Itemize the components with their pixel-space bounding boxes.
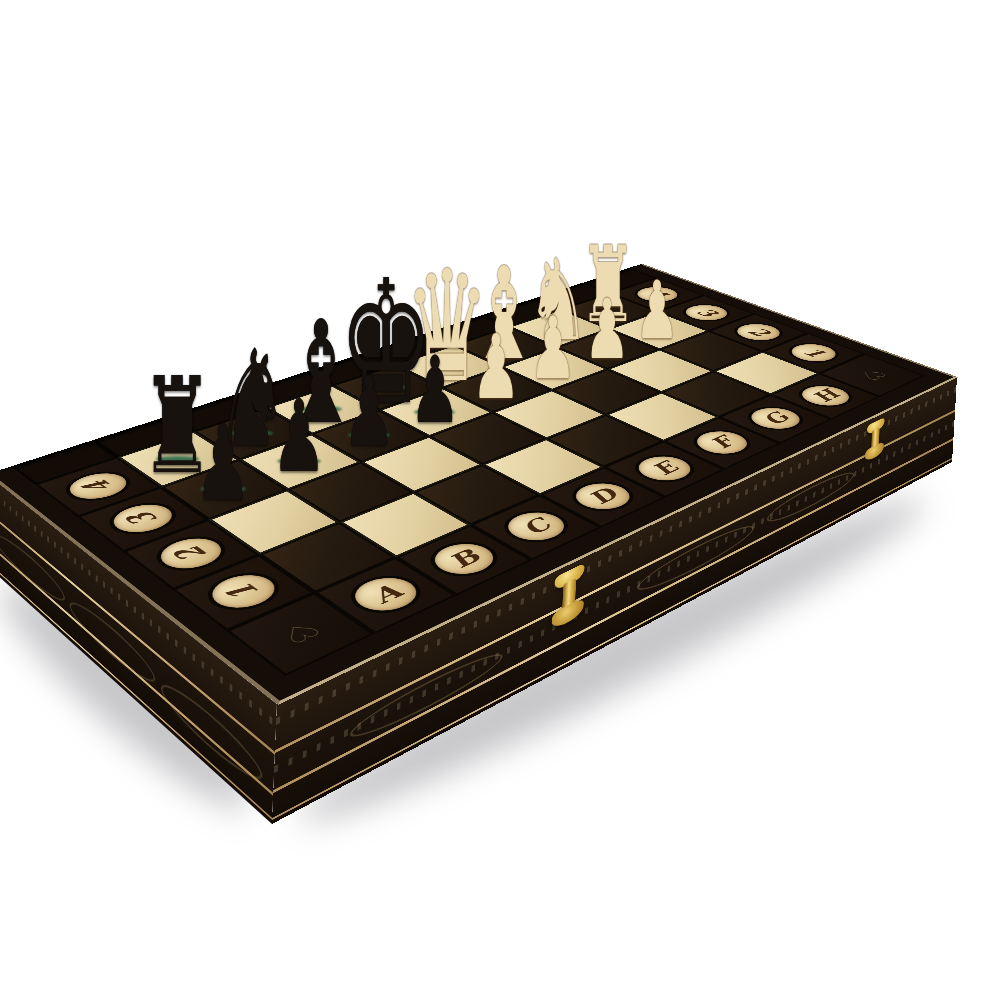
- piece-glyph: ♟: [529, 305, 577, 391]
- file-label-f: F: [704, 434, 740, 450]
- piece-glyph: ♟: [271, 387, 327, 487]
- file-label-e: E: [645, 459, 683, 477]
- file-label-c: C: [515, 516, 557, 537]
- piece-glyph: ♟: [409, 343, 460, 436]
- rank-label-right-1: 1: [798, 347, 828, 359]
- coordinate-disc: 2: [729, 321, 789, 344]
- coordinate-disc: 3: [677, 302, 735, 323]
- coordinate-disc: C: [497, 507, 576, 546]
- coordinate-disc: D: [565, 478, 641, 514]
- chess-box-product-photo: 44332211♡ABCDEFGH♡ ♜♞♟♝♟♛♟♚♟♝♟♞♟♜♟♟: [0, 0, 1000, 1000]
- file-label-a: A: [364, 582, 408, 606]
- engraved-heart: ♡: [852, 366, 893, 383]
- coordinate-disc: 2: [150, 533, 232, 575]
- rank-label-right-3: 3: [692, 307, 721, 318]
- rank-label-left-2: 2: [169, 543, 212, 564]
- file-label-d: D: [582, 486, 624, 506]
- rank-label-left-3: 3: [122, 509, 164, 528]
- coordinate-disc: A: [343, 572, 428, 618]
- piece-glyph: ♟: [471, 324, 521, 413]
- rank-label-right-2: 2: [744, 326, 774, 337]
- file-label-h: H: [806, 388, 844, 404]
- coordinate-disc: B: [423, 538, 505, 580]
- piece-glyph: ♟: [342, 364, 395, 460]
- engraved-heart: ♡: [273, 617, 328, 649]
- coordinate-disc: G: [742, 404, 810, 433]
- file-label-g: G: [757, 410, 795, 426]
- coordinate-disc: 1: [783, 341, 845, 365]
- piece-glyph: ♟: [194, 411, 252, 515]
- rank-label-left-4: 4: [78, 477, 118, 495]
- coordinate-disc: E: [628, 452, 701, 486]
- rank-label-left-1: 1: [221, 580, 266, 603]
- coordinate-disc: F: [687, 427, 757, 458]
- piece-glyph: ♟: [635, 272, 680, 352]
- coordinate-disc: 1: [201, 569, 286, 615]
- piece-glyph: ♟: [584, 288, 630, 371]
- file-label-b: B: [442, 547, 487, 570]
- coordinate-disc: 3: [104, 499, 183, 538]
- coordinate-disc: H: [793, 382, 859, 410]
